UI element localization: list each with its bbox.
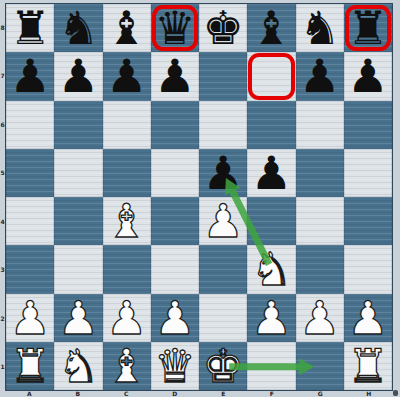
square-f2[interactable]: ♟ [247,294,295,342]
square-e6[interactable] [199,101,247,149]
square-f8[interactable]: ♝ [247,4,295,52]
file-label-g: G [296,390,345,397]
square-c5[interactable] [103,149,151,197]
square-h5[interactable] [344,149,392,197]
square-f4[interactable] [247,197,295,245]
square-d4[interactable] [151,197,199,245]
square-a6[interactable] [6,101,54,149]
piece-black-knight-b8[interactable]: ♞ [58,5,99,51]
square-f6[interactable] [247,101,295,149]
square-c7[interactable]: ♟ [103,52,151,100]
file-label-b: B [54,390,103,397]
rank-label-3: 3 [0,246,5,295]
square-f1[interactable] [247,342,295,390]
square-g3[interactable] [296,245,344,293]
square-e2[interactable] [199,294,247,342]
piece-black-king-e8[interactable]: ♚ [203,5,244,51]
square-b1[interactable]: ♞ [54,342,102,390]
square-e4[interactable]: ♟ [199,197,247,245]
piece-black-pawn-d7[interactable]: ♟ [154,53,195,99]
square-g2[interactable]: ♟ [296,294,344,342]
square-b3[interactable] [54,245,102,293]
square-h4[interactable] [344,197,392,245]
chess-board: ♜♞♝♛♚♝♞♜♟♟♟♟♟♟♟♟♝♟♞♟♟♟♟♟♟♟♜♞♝♛♚♜ [5,3,393,391]
square-c4[interactable]: ♝ [103,197,151,245]
square-d6[interactable] [151,101,199,149]
square-b4[interactable] [54,197,102,245]
square-a5[interactable] [6,149,54,197]
square-c3[interactable] [103,245,151,293]
piece-white-pawn-c2[interactable]: ♟ [106,295,147,341]
highlight-square-f7 [248,53,294,99]
board-corner-icon[interactable] [393,390,398,396]
square-d3[interactable] [151,245,199,293]
piece-white-pawn-d2[interactable]: ♟ [154,295,195,341]
piece-white-pawn-a2[interactable]: ♟ [10,295,51,341]
square-c8[interactable]: ♝ [103,4,151,52]
square-e8[interactable]: ♚ [199,4,247,52]
square-e7[interactable] [199,52,247,100]
piece-black-pawn-a7[interactable]: ♟ [10,53,51,99]
piece-black-pawn-f5[interactable]: ♟ [251,150,292,196]
piece-black-knight-g8[interactable]: ♞ [299,5,340,51]
square-h3[interactable] [344,245,392,293]
piece-white-knight-f3[interactable]: ♞ [251,246,292,292]
file-label-h: H [345,390,394,397]
piece-black-bishop-f8[interactable]: ♝ [251,5,292,51]
square-b5[interactable] [54,149,102,197]
piece-black-pawn-h7[interactable]: ♟ [347,53,388,99]
square-d2[interactable]: ♟ [151,294,199,342]
square-b2[interactable]: ♟ [54,294,102,342]
square-h1[interactable]: ♜ [344,342,392,390]
square-h7[interactable]: ♟ [344,52,392,100]
file-label-f: F [248,390,297,397]
rank-label-1: 1 [0,343,5,392]
square-g4[interactable] [296,197,344,245]
square-a8[interactable]: ♜ [6,4,54,52]
square-d5[interactable] [151,149,199,197]
piece-black-queen-d8[interactable]: ♛ [154,5,195,51]
piece-white-pawn-g2[interactable]: ♟ [299,295,340,341]
square-c6[interactable] [103,101,151,149]
piece-black-pawn-g7[interactable]: ♟ [299,53,340,99]
piece-white-pawn-h2[interactable]: ♟ [347,295,388,341]
rank-label-7: 7 [0,52,5,101]
rank-label-5: 5 [0,149,5,198]
square-f5[interactable]: ♟ [247,149,295,197]
square-c1[interactable]: ♝ [103,342,151,390]
square-f3[interactable]: ♞ [247,245,295,293]
piece-white-knight-b1[interactable]: ♞ [58,343,99,389]
square-g5[interactable] [296,149,344,197]
piece-black-pawn-b7[interactable]: ♟ [58,53,99,99]
rank-labels: 87654321 [0,3,5,391]
piece-black-pawn-e5[interactable]: ♟ [203,150,244,196]
square-a2[interactable]: ♟ [6,294,54,342]
rank-label-4: 4 [0,197,5,246]
piece-black-pawn-c7[interactable]: ♟ [106,53,147,99]
file-label-e: E [199,390,248,397]
rank-label-2: 2 [0,294,5,343]
piece-black-bishop-c8[interactable]: ♝ [106,5,147,51]
square-g7[interactable]: ♟ [296,52,344,100]
file-label-a: A [5,390,54,397]
square-b8[interactable]: ♞ [54,4,102,52]
square-a1[interactable]: ♜ [6,342,54,390]
file-label-c: C [102,390,151,397]
piece-black-rook-h8[interactable]: ♜ [347,5,388,51]
square-h6[interactable] [344,101,392,149]
square-e3[interactable] [199,245,247,293]
square-h8[interactable]: ♜ [344,4,392,52]
square-d7[interactable]: ♟ [151,52,199,100]
piece-white-queen-d1[interactable]: ♛ [154,343,195,389]
piece-white-pawn-b2[interactable]: ♟ [58,295,99,341]
square-e1[interactable]: ♚ [199,342,247,390]
piece-white-bishop-c1[interactable]: ♝ [106,343,147,389]
square-b7[interactable]: ♟ [54,52,102,100]
chess-board-widget: 87654321 ♜♞♝♛♚♝♞♜♟♟♟♟♟♟♟♟♝♟♞♟♟♟♟♟♟♟♜♞♝♛♚… [0,0,400,397]
piece-white-bishop-c4[interactable]: ♝ [106,198,147,244]
square-a7[interactable]: ♟ [6,52,54,100]
piece-white-rook-h1[interactable]: ♜ [347,343,388,389]
piece-white-rook-a1[interactable]: ♜ [10,343,51,389]
file-labels: ABCDEFGH [5,390,393,397]
square-a3[interactable] [6,245,54,293]
square-c2[interactable]: ♟ [103,294,151,342]
piece-black-rook-a8[interactable]: ♜ [10,5,51,51]
piece-white-king-e1[interactable]: ♚ [203,343,244,389]
square-f7[interactable] [247,52,295,100]
file-label-d: D [151,390,200,397]
square-a4[interactable] [6,197,54,245]
square-d8[interactable]: ♛ [151,4,199,52]
piece-white-pawn-e4[interactable]: ♟ [203,198,244,244]
square-b6[interactable] [54,101,102,149]
square-e5[interactable]: ♟ [199,149,247,197]
rank-label-8: 8 [0,3,5,52]
square-h2[interactable]: ♟ [344,294,392,342]
square-d1[interactable]: ♛ [151,342,199,390]
square-g1[interactable] [296,342,344,390]
square-g8[interactable]: ♞ [296,4,344,52]
square-g6[interactable] [296,101,344,149]
piece-white-pawn-f2[interactable]: ♟ [251,295,292,341]
rank-label-6: 6 [0,100,5,149]
